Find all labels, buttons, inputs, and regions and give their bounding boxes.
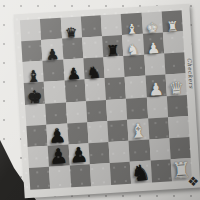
square-c6: [63, 59, 85, 81]
square-h2: [169, 137, 191, 159]
square-h8: [161, 10, 183, 32]
square-b5: [44, 81, 66, 103]
square-f1: [130, 161, 152, 184]
square-c8: [60, 16, 82, 38]
square-d8: [81, 15, 103, 37]
square-b4: [45, 102, 67, 124]
square-g7: [142, 33, 164, 55]
board-brand-text: Checkers: [187, 58, 195, 89]
chess-board: ♛♟♜♝♟♞♚♟♟♟♞♝♚♜♞♟♟♛♝♜ Checkers ❖: [14, 4, 200, 198]
square-f5: [125, 76, 147, 98]
square-d4: [86, 100, 108, 122]
square-g3: [148, 117, 170, 139]
square-f8: [121, 13, 143, 35]
square-c3: [67, 122, 89, 144]
square-f2: [129, 139, 151, 161]
square-f6: [124, 55, 146, 77]
board-grid: ♛♟♜♝♟♞♚♟♟♟♞♝♚♜♞♟♟♛♝♜: [20, 10, 192, 190]
square-b2: [48, 144, 70, 166]
square-e6: [103, 56, 125, 78]
square-a6: [22, 61, 44, 83]
square-e8: [101, 14, 123, 36]
square-b6: [43, 60, 65, 82]
square-a2: [28, 146, 50, 168]
square-a4: [25, 103, 47, 125]
square-h7: [163, 31, 185, 53]
square-e4: [106, 98, 128, 120]
square-d6: [83, 57, 105, 79]
square-d1: [90, 163, 112, 186]
square-g4: [146, 96, 168, 118]
square-c2: [68, 143, 90, 165]
square-e3: [107, 120, 129, 142]
square-f7: [122, 34, 144, 56]
square-b8: [40, 18, 62, 40]
square-a3: [26, 125, 48, 147]
corner-ornament-icon: ❖: [187, 175, 199, 189]
square-g5: [145, 75, 167, 97]
square-e2: [109, 141, 131, 163]
square-g6: [144, 54, 166, 76]
square-d7: [82, 36, 104, 58]
square-c5: [64, 80, 86, 102]
square-h6: [164, 53, 186, 75]
square-f3: [127, 118, 149, 140]
square-d3: [87, 121, 109, 143]
square-c1: [69, 164, 91, 187]
square-h4: [167, 95, 189, 117]
square-d2: [88, 142, 110, 164]
square-e5: [105, 77, 127, 99]
square-b7: [41, 39, 63, 61]
square-c7: [62, 38, 84, 60]
chess-photo: ♛♟♜♝♟♞♚♟♟♟♞♝♚♜♞♟♟♛♝♜ Checkers ❖: [0, 0, 200, 200]
square-e7: [102, 35, 124, 57]
square-a1: [29, 167, 51, 190]
square-b3: [47, 123, 69, 145]
square-g2: [149, 138, 171, 160]
square-a5: [24, 82, 46, 104]
square-g8: [141, 12, 163, 34]
square-e1: [110, 162, 132, 185]
square-f4: [126, 97, 148, 119]
square-d5: [84, 79, 106, 101]
square-b1: [49, 166, 71, 189]
square-a8: [20, 19, 42, 41]
square-h5: [165, 74, 187, 96]
square-h3: [168, 116, 190, 138]
square-g1: [150, 159, 172, 182]
square-a7: [21, 40, 43, 62]
square-c4: [65, 101, 87, 123]
